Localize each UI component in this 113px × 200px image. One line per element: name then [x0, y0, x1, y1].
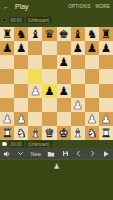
white-player-color-icon: [2, 142, 7, 147]
square-g2[interactable]: ♟: [85, 112, 99, 126]
black-pawn: ♟: [58, 84, 68, 98]
more-button[interactable]: MORE: [95, 4, 110, 9]
square-g8[interactable]: ♞: [85, 27, 99, 41]
square-b6[interactable]: [14, 55, 28, 69]
square-g5[interactable]: [85, 69, 99, 83]
square-f7[interactable]: ♟: [71, 41, 85, 55]
square-f3[interactable]: ♟: [71, 98, 85, 112]
square-d1[interactable]: ♛: [42, 126, 56, 140]
square-c4[interactable]: ♟: [28, 84, 42, 98]
square-h5[interactable]: [99, 69, 113, 83]
square-h4[interactable]: [99, 84, 113, 98]
chevron-down-icon[interactable]: [17, 150, 24, 157]
square-h6[interactable]: [99, 55, 113, 69]
play-icon[interactable]: [102, 150, 110, 158]
square-d4[interactable]: ♟: [42, 84, 56, 98]
square-h7[interactable]: ♟: [99, 41, 113, 55]
page-title: Play: [15, 3, 29, 10]
square-f5[interactable]: [71, 69, 85, 83]
white-pawn: ♟: [16, 112, 26, 126]
square-a8[interactable]: ♜: [0, 27, 14, 41]
square-a6[interactable]: [0, 55, 14, 69]
black-player-bar: 00:00 (Unknown): [0, 13, 113, 27]
square-c6[interactable]: [28, 55, 42, 69]
square-a5[interactable]: [0, 69, 14, 83]
white-bishop: ♝: [73, 126, 83, 140]
open-folder-icon[interactable]: [47, 150, 55, 158]
white-pawn: ♟: [87, 112, 97, 126]
square-g1[interactable]: ♞: [85, 126, 99, 140]
square-g7[interactable]: ♟: [85, 41, 99, 55]
square-a4[interactable]: [0, 84, 14, 98]
square-b4[interactable]: [14, 84, 28, 98]
black-rook: ♜: [2, 27, 12, 41]
white-pawn: ♟: [30, 84, 40, 98]
square-d8[interactable]: ♛: [42, 27, 56, 41]
black-king: ♚: [58, 27, 68, 41]
square-e5[interactable]: [57, 69, 71, 83]
square-a3[interactable]: [0, 98, 14, 112]
square-c7[interactable]: [28, 41, 42, 55]
square-e8[interactable]: ♚: [57, 27, 71, 41]
white-pawn: ♟: [73, 98, 83, 112]
white-queen: ♛: [44, 126, 54, 140]
black-queen: ♛: [44, 27, 54, 41]
square-c5[interactable]: [28, 69, 42, 83]
square-d5[interactable]: [42, 69, 56, 83]
white-player-bar: 00:00 (Unknown): [0, 140, 113, 148]
square-b1[interactable]: ♞: [14, 126, 28, 140]
square-c2[interactable]: [28, 112, 42, 126]
square-c8[interactable]: ♝: [28, 27, 42, 41]
toolbar: New: [0, 148, 113, 159]
square-e3[interactable]: [57, 98, 71, 112]
white-player-name: (Unknown): [26, 141, 52, 147]
app-bar: ← Play OPTIONS MORE: [0, 0, 113, 13]
square-b5[interactable]: [14, 69, 28, 83]
square-d7[interactable]: [42, 41, 56, 55]
black-knight: ♞: [16, 27, 26, 41]
square-e4[interactable]: ♟: [57, 84, 71, 98]
square-b8[interactable]: ♞: [14, 27, 28, 41]
black-pawn: ♟: [73, 41, 83, 55]
square-a7[interactable]: ♟: [0, 41, 14, 55]
square-d3[interactable]: [42, 98, 56, 112]
black-clock: 00:00: [9, 17, 24, 23]
square-e6[interactable]: ♟: [57, 55, 71, 69]
square-g3[interactable]: [85, 98, 99, 112]
square-d6[interactable]: [42, 55, 56, 69]
square-b3[interactable]: [14, 98, 28, 112]
white-pawn-icon: ♟: [53, 162, 60, 171]
square-h1[interactable]: ♜: [99, 126, 113, 140]
black-pawn: ♟: [101, 41, 111, 55]
black-player-name: (Unknown): [26, 17, 52, 23]
white-knight: ♞: [87, 126, 97, 140]
square-f4[interactable]: [71, 84, 85, 98]
white-bishop: ♝: [30, 126, 40, 140]
back-icon[interactable]: ←: [3, 0, 10, 13]
square-g6[interactable]: [85, 55, 99, 69]
square-e1[interactable]: ♚: [57, 126, 71, 140]
square-f6[interactable]: [71, 55, 85, 69]
options-button[interactable]: OPTIONS: [68, 4, 90, 9]
square-e7[interactable]: [57, 41, 71, 55]
square-b7[interactable]: ♟: [14, 41, 28, 55]
black-pawn: ♟: [16, 41, 26, 55]
save-icon[interactable]: [62, 150, 69, 157]
square-h8[interactable]: ♜: [99, 27, 113, 41]
new-button[interactable]: New: [31, 151, 41, 157]
white-clock: 00:00: [9, 141, 24, 147]
black-bishop: ♝: [30, 27, 40, 41]
move-list-area[interactable]: ♟: [0, 159, 113, 200]
white-knight: ♞: [16, 126, 26, 140]
black-player-color-icon: [2, 18, 7, 23]
square-c3[interactable]: [28, 98, 42, 112]
white-rook: ♜: [2, 126, 12, 140]
black-pawn: ♟: [2, 41, 12, 55]
square-h3[interactable]: [99, 98, 113, 112]
square-g4[interactable]: [85, 84, 99, 98]
black-rook: ♜: [101, 27, 111, 41]
square-b2[interactable]: ♟: [14, 112, 28, 126]
white-pawn: ♟: [2, 112, 12, 126]
square-d2[interactable]: [42, 112, 56, 126]
black-bishop: ♝: [73, 27, 83, 41]
square-a2[interactable]: ♟: [0, 112, 14, 126]
square-h2[interactable]: ♟: [99, 112, 113, 126]
volume-icon[interactable]: [3, 150, 11, 158]
step-back-icon[interactable]: [75, 150, 82, 157]
square-f1[interactable]: ♝: [71, 126, 85, 140]
black-pawn: ♟: [44, 84, 54, 98]
step-forward-icon[interactable]: [89, 150, 96, 157]
chess-board[interactable]: ♜♞♝♛♚♝♞♜♟♟♟♟♟♟♟♟♟♟♟♟♟♟♜♞♝♛♚♝♞♜: [0, 27, 113, 140]
square-f8[interactable]: ♝: [71, 27, 85, 41]
black-pawn: ♟: [87, 41, 97, 55]
square-f2[interactable]: [71, 112, 85, 126]
square-c1[interactable]: ♝: [28, 126, 42, 140]
square-a1[interactable]: ♜: [0, 126, 14, 140]
square-e2[interactable]: [57, 112, 71, 126]
white-king: ♚: [58, 126, 68, 140]
white-rook: ♜: [101, 126, 111, 140]
black-pawn: ♟: [58, 55, 68, 69]
black-knight: ♞: [87, 27, 97, 41]
white-pawn: ♟: [101, 112, 111, 126]
